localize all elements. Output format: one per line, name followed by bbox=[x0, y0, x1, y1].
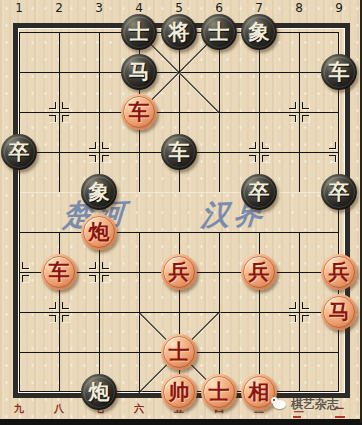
piece-black-士[interactable]: 士 bbox=[121, 14, 157, 50]
piece-character: 炮 bbox=[89, 382, 110, 403]
piece-character: 兵 bbox=[249, 262, 270, 283]
board-grid[interactable]: 楚河 汉界 士将士象马车车卒车象卒卒炮车兵兵兵马士炮帅士相 bbox=[19, 32, 340, 393]
board-cell bbox=[59, 72, 99, 112]
piece-red-帅[interactable]: 帅 bbox=[161, 374, 197, 410]
board-cell bbox=[219, 112, 259, 152]
piece-black-卒[interactable]: 卒 bbox=[241, 174, 277, 210]
piece-character: 相 bbox=[249, 382, 270, 403]
piece-character: 将 bbox=[169, 22, 190, 43]
piece-red-士[interactable]: 士 bbox=[161, 334, 197, 370]
piece-black-炮[interactable]: 炮 bbox=[81, 374, 117, 410]
piece-character: 马 bbox=[129, 62, 150, 83]
piece-black-象[interactable]: 象 bbox=[241, 14, 277, 50]
piece-character: 车 bbox=[169, 142, 190, 163]
file-number-top: 8 bbox=[292, 1, 306, 15]
piece-character: 兵 bbox=[169, 262, 190, 283]
file-number-bottom: 六 bbox=[131, 402, 147, 416]
piece-black-象[interactable]: 象 bbox=[81, 174, 117, 210]
piece-red-士[interactable]: 士 bbox=[201, 374, 237, 410]
board-cell bbox=[219, 72, 259, 112]
piece-red-兵[interactable]: 兵 bbox=[321, 254, 357, 290]
piece-black-将[interactable]: 将 bbox=[161, 14, 197, 50]
piece-character: 车 bbox=[129, 102, 150, 123]
piece-character: 马 bbox=[329, 302, 350, 323]
piece-character: 兵 bbox=[329, 262, 350, 283]
sheep-logo-icon bbox=[271, 397, 288, 411]
board-cell bbox=[19, 72, 59, 112]
piece-character: 卒 bbox=[329, 182, 350, 203]
piece-character: 象 bbox=[249, 22, 270, 43]
piece-character: 车 bbox=[329, 62, 350, 83]
piece-character: 士 bbox=[209, 382, 230, 403]
board-cell bbox=[259, 312, 299, 352]
piece-character: 卒 bbox=[249, 182, 270, 203]
board-cell bbox=[219, 312, 259, 352]
file-number-bottom: 八 bbox=[51, 402, 67, 416]
file-number-top: 7 bbox=[252, 1, 266, 15]
file-number-top: 3 bbox=[92, 1, 106, 15]
piece-red-马[interactable]: 马 bbox=[321, 294, 357, 330]
piece-character: 车 bbox=[49, 262, 70, 283]
piece-black-卒[interactable]: 卒 bbox=[1, 134, 37, 170]
file-number-top: 4 bbox=[132, 1, 146, 15]
piece-character: 卒 bbox=[9, 142, 30, 163]
piece-red-兵[interactable]: 兵 bbox=[241, 254, 277, 290]
piece-black-士[interactable]: 士 bbox=[201, 14, 237, 50]
file-number-top: 5 bbox=[172, 1, 186, 15]
piece-character: 士 bbox=[209, 22, 230, 43]
board-cell bbox=[139, 192, 179, 232]
board-cell bbox=[19, 32, 59, 72]
xiangqi-board-screenshot: 123456789 楚河 汉界 士将士象马车车卒车象卒卒炮车兵兵兵马士炮帅士相 … bbox=[0, 0, 362, 425]
board-cell bbox=[19, 312, 59, 352]
board-cell bbox=[99, 272, 139, 312]
file-number-top: 1 bbox=[12, 1, 26, 15]
file-number-top: 6 bbox=[212, 1, 226, 15]
piece-red-炮[interactable]: 炮 bbox=[81, 214, 117, 250]
board-cell bbox=[59, 32, 99, 72]
watermark: 棋艺杂志 bbox=[271, 390, 359, 418]
board-cell bbox=[19, 352, 59, 392]
piece-character: 士 bbox=[129, 22, 150, 43]
watermark-underline bbox=[293, 416, 301, 418]
piece-red-车[interactable]: 车 bbox=[121, 94, 157, 130]
piece-character: 象 bbox=[89, 182, 110, 203]
piece-black-车[interactable]: 车 bbox=[161, 134, 197, 170]
board-cell bbox=[19, 192, 59, 232]
board-cell bbox=[59, 312, 99, 352]
file-number-top: 9 bbox=[332, 1, 346, 15]
file-number-bottom: 九 bbox=[11, 402, 27, 416]
board-cell bbox=[299, 112, 339, 152]
board-cell bbox=[299, 352, 339, 392]
board-cell bbox=[99, 312, 139, 352]
piece-character: 帅 bbox=[169, 382, 190, 403]
watermark-text: 棋艺杂志 bbox=[291, 396, 339, 413]
watermark-underline bbox=[335, 416, 345, 418]
piece-character: 炮 bbox=[89, 222, 110, 243]
file-number-top: 2 bbox=[52, 1, 66, 15]
piece-red-车[interactable]: 车 bbox=[41, 254, 77, 290]
board-cell bbox=[259, 112, 299, 152]
piece-black-车[interactable]: 车 bbox=[321, 54, 357, 90]
board-cell bbox=[59, 112, 99, 152]
piece-character: 士 bbox=[169, 342, 190, 363]
board-cell bbox=[259, 72, 299, 112]
piece-black-卒[interactable]: 卒 bbox=[321, 174, 357, 210]
piece-red-兵[interactable]: 兵 bbox=[161, 254, 197, 290]
piece-black-马[interactable]: 马 bbox=[121, 54, 157, 90]
